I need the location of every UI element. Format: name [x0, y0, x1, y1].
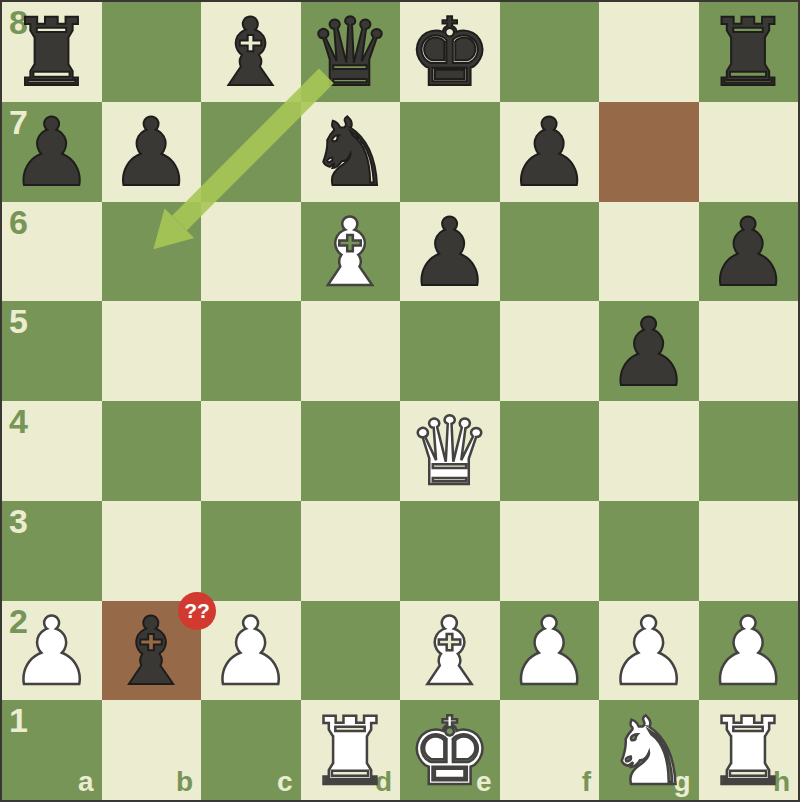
black-bishop-icon[interactable]: ♝: [201, 2, 301, 102]
file-label-b: b: [176, 768, 193, 796]
square-c5[interactable]: [201, 301, 301, 401]
square-a8[interactable]: 8♜: [2, 2, 102, 102]
square-b5[interactable]: [102, 301, 202, 401]
white-bishop-icon[interactable]: ♝: [301, 202, 401, 302]
rank-label-4: 4: [9, 404, 28, 438]
square-e7[interactable]: [400, 102, 500, 202]
square-a4[interactable]: 4: [2, 401, 102, 501]
square-h1[interactable]: h♜: [699, 700, 799, 800]
square-b1[interactable]: b: [102, 700, 202, 800]
square-g3[interactable]: [599, 501, 699, 601]
square-h6[interactable]: ♟: [699, 202, 799, 302]
square-a7[interactable]: 7♟: [2, 102, 102, 202]
square-d1[interactable]: d♜: [301, 700, 401, 800]
square-a1[interactable]: 1a: [2, 700, 102, 800]
square-d8[interactable]: ♛: [301, 2, 401, 102]
rank-label-1: 1: [9, 703, 28, 737]
square-h3[interactable]: [699, 501, 799, 601]
square-b4[interactable]: [102, 401, 202, 501]
square-g4[interactable]: [599, 401, 699, 501]
white-rook-icon[interactable]: ♜: [699, 700, 799, 800]
square-f1[interactable]: f: [500, 700, 600, 800]
black-rook-icon[interactable]: ♜: [2, 2, 102, 102]
square-e8[interactable]: ♚: [400, 2, 500, 102]
white-rook-icon[interactable]: ♜: [301, 700, 401, 800]
white-queen-icon[interactable]: ♛: [400, 401, 500, 501]
square-b7[interactable]: ♟: [102, 102, 202, 202]
file-label-f: f: [582, 768, 591, 796]
square-c6[interactable]: [201, 202, 301, 302]
square-c2[interactable]: ♟: [201, 601, 301, 701]
square-h4[interactable]: [699, 401, 799, 501]
square-h5[interactable]: [699, 301, 799, 401]
square-f6[interactable]: [500, 202, 600, 302]
black-pawn-icon[interactable]: ♟: [400, 202, 500, 302]
square-e6[interactable]: ♟: [400, 202, 500, 302]
square-d3[interactable]: [301, 501, 401, 601]
square-a6[interactable]: 6: [2, 202, 102, 302]
square-f7[interactable]: ♟: [500, 102, 600, 202]
rank-label-5: 5: [9, 304, 28, 338]
square-a5[interactable]: 5: [2, 301, 102, 401]
white-pawn-icon[interactable]: ♟: [699, 601, 799, 701]
square-h8[interactable]: ♜: [699, 2, 799, 102]
square-d6[interactable]: ♝: [301, 202, 401, 302]
black-knight-icon[interactable]: ♞: [301, 102, 401, 202]
square-c8[interactable]: ♝: [201, 2, 301, 102]
square-d5[interactable]: [301, 301, 401, 401]
square-e5[interactable]: [400, 301, 500, 401]
blunder-badge: ??: [178, 592, 216, 630]
board-squares: 8♜♝♛♚♜7♟♟♞♟6♝♟♟5♟4♛32♟♝♟♝♟♟♟1abcd♜e♚fg♞h…: [2, 2, 798, 800]
square-c4[interactable]: [201, 401, 301, 501]
black-rook-icon[interactable]: ♜: [699, 2, 799, 102]
square-a3[interactable]: 3: [2, 501, 102, 601]
square-b8[interactable]: [102, 2, 202, 102]
square-a2[interactable]: 2♟: [2, 601, 102, 701]
white-pawn-icon[interactable]: ♟: [500, 601, 600, 701]
square-e3[interactable]: [400, 501, 500, 601]
square-g8[interactable]: [599, 2, 699, 102]
black-pawn-icon[interactable]: ♟: [699, 202, 799, 302]
square-g6[interactable]: [599, 202, 699, 302]
square-f5[interactable]: [500, 301, 600, 401]
white-king-icon[interactable]: ♚: [400, 700, 500, 800]
square-e4[interactable]: ♛: [400, 401, 500, 501]
rank-label-6: 6: [9, 205, 28, 239]
square-d2[interactable]: [301, 601, 401, 701]
square-e2[interactable]: ♝: [400, 601, 500, 701]
file-label-a: a: [78, 768, 94, 796]
square-b3[interactable]: [102, 501, 202, 601]
white-knight-icon[interactable]: ♞: [599, 700, 699, 800]
square-f3[interactable]: [500, 501, 600, 601]
square-c3[interactable]: [201, 501, 301, 601]
black-pawn-icon[interactable]: ♟: [2, 102, 102, 202]
square-c7[interactable]: [201, 102, 301, 202]
white-pawn-icon[interactable]: ♟: [2, 601, 102, 701]
chess-board: 8♜♝♛♚♜7♟♟♞♟6♝♟♟5♟4♛32♟♝♟♝♟♟♟1abcd♜e♚fg♞h…: [0, 0, 800, 802]
square-c1[interactable]: c: [201, 700, 301, 800]
square-g5[interactable]: ♟: [599, 301, 699, 401]
black-pawn-icon[interactable]: ♟: [500, 102, 600, 202]
square-h7[interactable]: [699, 102, 799, 202]
square-d7[interactable]: ♞: [301, 102, 401, 202]
black-pawn-icon[interactable]: ♟: [599, 301, 699, 401]
white-bishop-icon[interactable]: ♝: [400, 601, 500, 701]
square-g1[interactable]: g♞: [599, 700, 699, 800]
black-king-icon[interactable]: ♚: [400, 2, 500, 102]
square-d4[interactable]: [301, 401, 401, 501]
white-pawn-icon[interactable]: ♟: [201, 601, 301, 701]
square-f2[interactable]: ♟: [500, 601, 600, 701]
square-f4[interactable]: [500, 401, 600, 501]
square-f8[interactable]: [500, 2, 600, 102]
square-e1[interactable]: e♚: [400, 700, 500, 800]
square-g7[interactable]: [599, 102, 699, 202]
white-pawn-icon[interactable]: ♟: [599, 601, 699, 701]
black-queen-icon[interactable]: ♛: [301, 2, 401, 102]
black-pawn-icon[interactable]: ♟: [102, 102, 202, 202]
square-b6[interactable]: [102, 202, 202, 302]
square-g2[interactable]: ♟: [599, 601, 699, 701]
file-label-c: c: [277, 768, 293, 796]
rank-label-3: 3: [9, 504, 28, 538]
square-h2[interactable]: ♟: [699, 601, 799, 701]
